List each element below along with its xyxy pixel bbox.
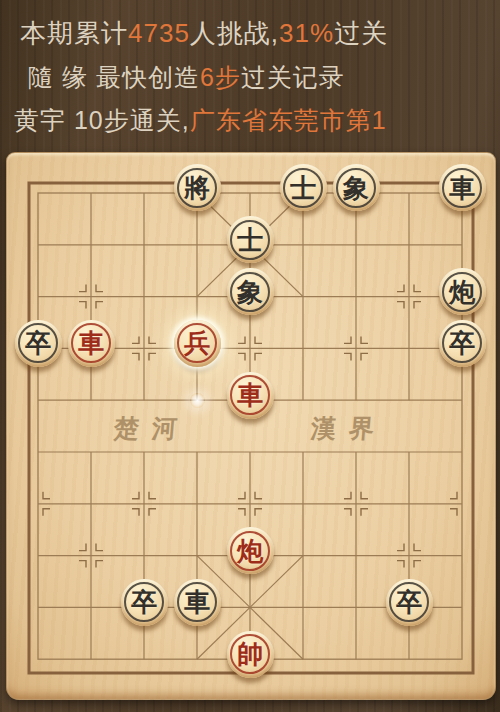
piece-black-advisor[interactable]: 士 bbox=[280, 164, 327, 211]
challengers-count: 4735 bbox=[128, 18, 190, 48]
pass-percent: 31% bbox=[279, 18, 334, 48]
piece-glyph: 將 bbox=[184, 175, 210, 201]
piece-red-chariot[interactable]: 車 bbox=[227, 372, 274, 419]
regional-label: 10步通关, bbox=[66, 106, 190, 134]
piece-glyph: 車 bbox=[449, 175, 475, 201]
piece-glyph: 象 bbox=[237, 279, 263, 305]
piece-glyph: 車 bbox=[78, 330, 104, 356]
piece-red-general[interactable]: 帥 bbox=[227, 631, 274, 678]
piece-black-advisor[interactable]: 士 bbox=[227, 216, 274, 263]
piece-glyph: 象 bbox=[343, 175, 369, 201]
piece-black-chariot[interactable]: 車 bbox=[174, 579, 221, 626]
piece-black-soldier[interactable]: 卒 bbox=[439, 320, 486, 367]
piece-glyph: 炮 bbox=[449, 279, 475, 305]
stats-line-challengers: 本期累计4735人挑战,31%过关 bbox=[20, 18, 388, 49]
piece-black-chariot[interactable]: 車 bbox=[439, 164, 486, 211]
piece-red-soldier[interactable]: 兵 bbox=[174, 320, 221, 367]
piece-black-soldier[interactable]: 卒 bbox=[386, 579, 433, 626]
piece-black-cannon[interactable]: 炮 bbox=[439, 268, 486, 315]
record-player-name: 隨 缘 bbox=[28, 63, 88, 91]
stats-prefix: 本期累计 bbox=[20, 18, 128, 48]
stats-line-record: 隨 缘 最快创造6步过关记录 bbox=[28, 62, 345, 92]
stats-mid: 人挑战, bbox=[190, 18, 279, 48]
pieces-layer[interactable]: 將士象車士象炮卒車兵卒車炮卒車卒帥 bbox=[12, 167, 489, 685]
piece-red-chariot[interactable]: 車 bbox=[68, 320, 115, 367]
piece-glyph: 卒 bbox=[396, 589, 422, 615]
piece-glyph: 卒 bbox=[131, 589, 157, 615]
piece-black-elephant[interactable]: 象 bbox=[333, 164, 380, 211]
stats-suffix: 过关 bbox=[334, 18, 388, 48]
piece-glyph: 帥 bbox=[237, 641, 263, 667]
piece-glyph: 車 bbox=[237, 382, 263, 408]
piece-glyph: 士 bbox=[237, 227, 263, 253]
last-move-origin-dot bbox=[190, 393, 205, 408]
regional-rank: 广东省东莞市第1 bbox=[190, 106, 387, 134]
record-steps: 6步 bbox=[200, 63, 241, 91]
piece-glyph: 車 bbox=[184, 589, 210, 615]
record-suffix: 过关记录 bbox=[241, 63, 345, 91]
piece-black-soldier[interactable]: 卒 bbox=[15, 320, 62, 367]
piece-red-cannon[interactable]: 炮 bbox=[227, 527, 274, 574]
stats-line-regional: 黄宇 10步通关,广东省东莞市第1 bbox=[14, 105, 387, 135]
record-label: 最快创造 bbox=[88, 63, 200, 91]
piece-black-elephant[interactable]: 象 bbox=[227, 268, 274, 315]
piece-black-soldier[interactable]: 卒 bbox=[121, 579, 168, 626]
piece-glyph: 炮 bbox=[237, 538, 263, 564]
piece-glyph: 兵 bbox=[184, 330, 210, 356]
piece-black-general[interactable]: 將 bbox=[174, 164, 221, 211]
piece-glyph: 卒 bbox=[25, 330, 51, 356]
xiangqi-board: 楚河 漢界 將士象車士象炮卒車兵卒車炮卒車卒帥 bbox=[6, 152, 496, 700]
regional-player-name: 黄宇 bbox=[14, 106, 66, 134]
piece-glyph: 士 bbox=[290, 175, 316, 201]
piece-glyph: 卒 bbox=[449, 330, 475, 356]
app-screen: 本期累计4735人挑战,31%过关 隨 缘 最快创造6步过关记录 黄宇 10步通… bbox=[0, 0, 500, 712]
